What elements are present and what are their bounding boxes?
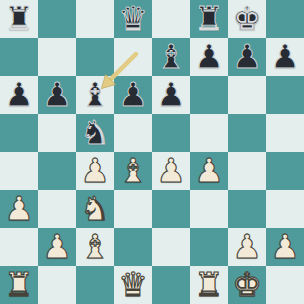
square-d2[interactable]: [114, 228, 152, 266]
square-e7[interactable]: ♝: [152, 38, 190, 76]
square-h3[interactable]: [266, 190, 304, 228]
piece-black-pawn[interactable]: ♟: [232, 40, 262, 73]
square-f3[interactable]: [190, 190, 228, 228]
square-c3[interactable]: ♞: [76, 190, 114, 228]
square-f6[interactable]: [190, 76, 228, 114]
square-a7[interactable]: [0, 38, 38, 76]
square-h2[interactable]: ♟: [266, 228, 304, 266]
square-g5[interactable]: [228, 114, 266, 152]
square-a2[interactable]: [0, 228, 38, 266]
piece-black-pawn[interactable]: ♟: [118, 78, 148, 111]
piece-black-bishop[interactable]: ♝: [156, 40, 186, 73]
piece-black-king[interactable]: ♚: [232, 2, 262, 35]
piece-white-pawn[interactable]: ♟: [42, 230, 72, 263]
square-b5[interactable]: [38, 114, 76, 152]
square-d5[interactable]: [114, 114, 152, 152]
square-c4[interactable]: ♟: [76, 152, 114, 190]
square-f5[interactable]: [190, 114, 228, 152]
square-h5[interactable]: [266, 114, 304, 152]
piece-black-pawn[interactable]: ♟: [194, 40, 224, 73]
piece-white-pawn[interactable]: ♟: [4, 192, 34, 225]
square-h8[interactable]: [266, 0, 304, 38]
piece-white-rook[interactable]: ♜: [194, 268, 224, 301]
square-e1[interactable]: [152, 266, 190, 304]
square-c8[interactable]: [76, 0, 114, 38]
square-d4[interactable]: ♝: [114, 152, 152, 190]
square-b1[interactable]: [38, 266, 76, 304]
square-a1[interactable]: ♜: [0, 266, 38, 304]
piece-black-pawn[interactable]: ♟: [42, 78, 72, 111]
square-c6[interactable]: ♝: [76, 76, 114, 114]
square-f2[interactable]: [190, 228, 228, 266]
square-a6[interactable]: ♟: [0, 76, 38, 114]
piece-white-pawn[interactable]: ♟: [156, 154, 186, 187]
piece-black-pawn[interactable]: ♟: [156, 78, 186, 111]
piece-black-knight[interactable]: ♞: [80, 116, 110, 149]
square-e5[interactable]: [152, 114, 190, 152]
square-g6[interactable]: [228, 76, 266, 114]
piece-white-pawn[interactable]: ♟: [270, 230, 300, 263]
square-g8[interactable]: ♚: [228, 0, 266, 38]
square-a3[interactable]: ♟: [0, 190, 38, 228]
square-b6[interactable]: ♟: [38, 76, 76, 114]
chess-board: ♜♛♜♚♝♟♟♟♟♟♝♟♟♞♟♝♟♟♟♞♟♝♟♟♜♛♜♚: [0, 0, 304, 304]
square-h1[interactable]: [266, 266, 304, 304]
piece-white-pawn[interactable]: ♟: [232, 230, 262, 263]
piece-white-rook[interactable]: ♜: [4, 268, 34, 301]
piece-black-rook[interactable]: ♜: [4, 2, 34, 35]
square-b4[interactable]: [38, 152, 76, 190]
piece-white-king[interactable]: ♚: [232, 268, 262, 301]
piece-white-queen[interactable]: ♛: [118, 268, 148, 301]
piece-white-bishop[interactable]: ♝: [118, 154, 148, 187]
square-b2[interactable]: ♟: [38, 228, 76, 266]
square-d6[interactable]: ♟: [114, 76, 152, 114]
square-b8[interactable]: [38, 0, 76, 38]
square-f4[interactable]: ♟: [190, 152, 228, 190]
piece-black-pawn[interactable]: ♟: [270, 40, 300, 73]
square-c2[interactable]: ♝: [76, 228, 114, 266]
square-e8[interactable]: [152, 0, 190, 38]
square-e3[interactable]: [152, 190, 190, 228]
piece-white-bishop[interactable]: ♝: [80, 230, 110, 263]
piece-black-pawn[interactable]: ♟: [4, 78, 34, 111]
piece-white-knight[interactable]: ♞: [80, 192, 110, 225]
square-c5[interactable]: ♞: [76, 114, 114, 152]
square-a8[interactable]: ♜: [0, 0, 38, 38]
square-g1[interactable]: ♚: [228, 266, 266, 304]
square-f7[interactable]: ♟: [190, 38, 228, 76]
square-g2[interactable]: ♟: [228, 228, 266, 266]
square-g3[interactable]: [228, 190, 266, 228]
square-a4[interactable]: [0, 152, 38, 190]
square-c7[interactable]: [76, 38, 114, 76]
piece-white-pawn[interactable]: ♟: [80, 154, 110, 187]
piece-white-pawn[interactable]: ♟: [194, 154, 224, 187]
square-f8[interactable]: ♜: [190, 0, 228, 38]
square-h4[interactable]: [266, 152, 304, 190]
piece-black-bishop[interactable]: ♝: [80, 78, 110, 111]
square-e6[interactable]: ♟: [152, 76, 190, 114]
square-d3[interactable]: [114, 190, 152, 228]
square-h7[interactable]: ♟: [266, 38, 304, 76]
square-a5[interactable]: [0, 114, 38, 152]
square-c1[interactable]: [76, 266, 114, 304]
square-b7[interactable]: [38, 38, 76, 76]
square-b3[interactable]: [38, 190, 76, 228]
piece-black-rook[interactable]: ♜: [194, 2, 224, 35]
square-g4[interactable]: [228, 152, 266, 190]
square-d8[interactable]: ♛: [114, 0, 152, 38]
square-d1[interactable]: ♛: [114, 266, 152, 304]
square-h6[interactable]: [266, 76, 304, 114]
square-g7[interactable]: ♟: [228, 38, 266, 76]
square-f1[interactable]: ♜: [190, 266, 228, 304]
square-d7[interactable]: [114, 38, 152, 76]
piece-black-queen[interactable]: ♛: [118, 2, 148, 35]
square-e4[interactable]: ♟: [152, 152, 190, 190]
square-e2[interactable]: [152, 228, 190, 266]
